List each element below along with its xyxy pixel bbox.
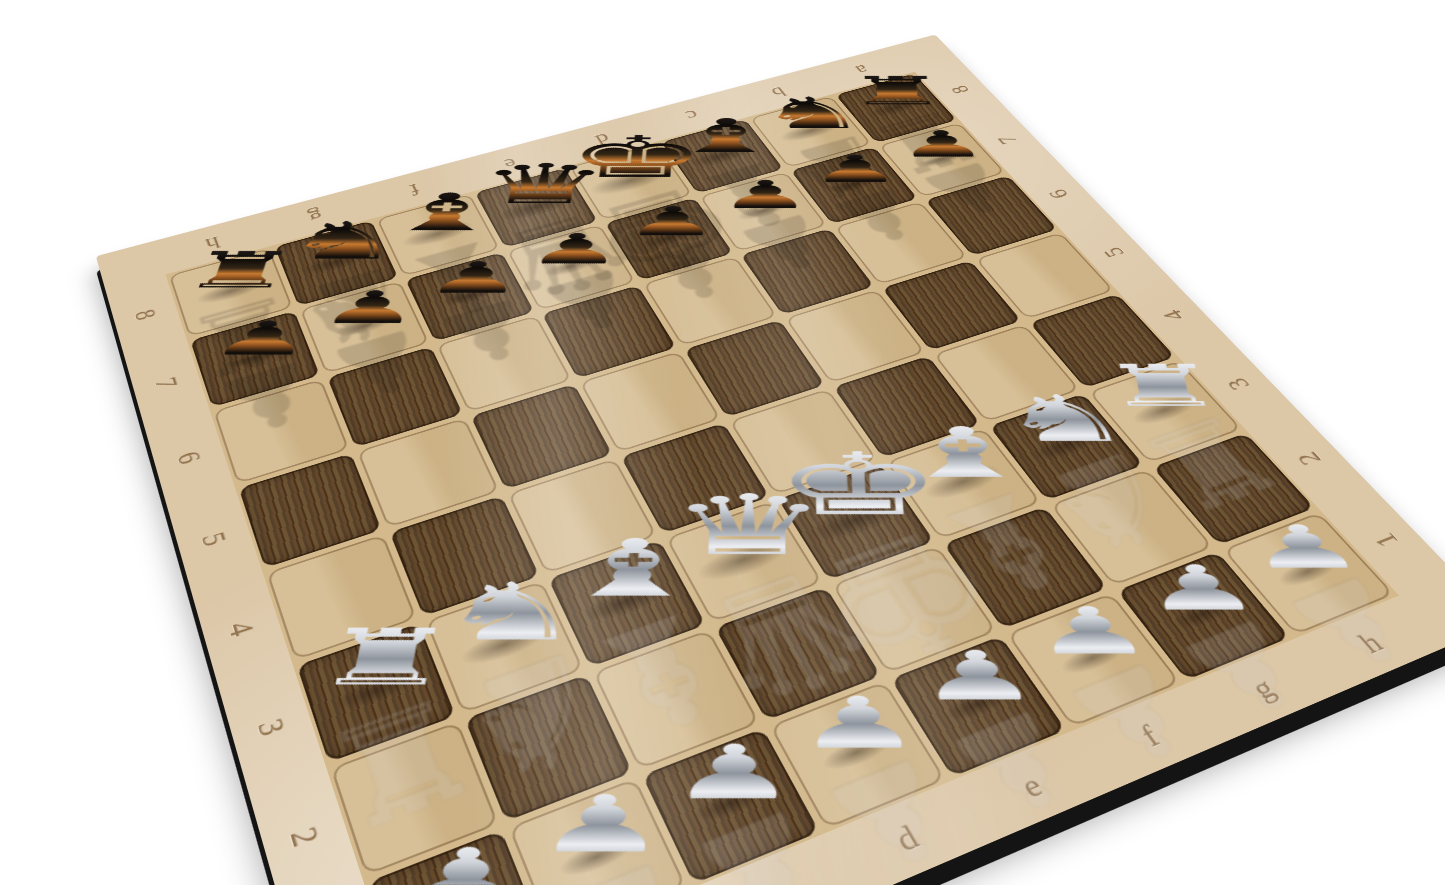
square-engraving-b2 <box>465 674 633 821</box>
square-b2 <box>460 671 637 826</box>
chess-board: aabbccddeeffgghh8877665544332211 ♜♜♞♞♝♝♛… <box>96 35 1445 885</box>
square-f2 <box>939 503 1112 632</box>
black-pawn-icon: ♟ <box>719 175 812 214</box>
black-pawn-icon: ♟ <box>623 201 719 241</box>
square-engraving-b3 <box>425 581 584 714</box>
square-engraving-c2 <box>593 630 760 770</box>
square-engraving-d2 <box>715 587 881 721</box>
square-engraving-c3 <box>548 540 706 667</box>
square-a1 <box>363 826 552 885</box>
square-engraving-a1 <box>368 830 547 885</box>
black-pawn-icon: ♟ <box>205 315 321 362</box>
black-pawn-icon: ♟ <box>896 126 989 162</box>
photo-canvas: aabbccddeeffgghh8877665544332211 ♜♜♞♞♝♝♛… <box>0 0 1445 885</box>
square-d3 <box>661 498 827 626</box>
scene: aabbccddeeffgghh8877665544332211 ♜♜♞♞♝♝♛… <box>0 0 1445 885</box>
black-pawn-icon: ♟ <box>810 150 902 187</box>
square-engraving-a3 <box>297 623 456 762</box>
black-rook-icon: ♜ <box>175 246 305 296</box>
black-pawn-icon: ♟ <box>422 256 527 299</box>
square-engraving-b1 <box>508 778 686 885</box>
black-pawn-icon: ♟ <box>316 285 426 330</box>
square-engraving-f2 <box>943 507 1108 629</box>
square-g2 <box>1046 466 1218 589</box>
square-b3 <box>421 577 588 717</box>
square-engraving-c4 <box>507 458 657 574</box>
square-engraving-g2 <box>1050 469 1213 586</box>
square-a4 <box>262 531 421 664</box>
square-c2 <box>588 626 764 774</box>
square-engraving-a5 <box>239 453 382 568</box>
black-pawn-icon: ♟ <box>525 228 626 270</box>
square-b1 <box>504 774 692 885</box>
